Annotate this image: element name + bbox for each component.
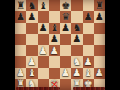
black-pawn: ♟ [60, 23, 71, 34]
square-h3 [94, 56, 105, 67]
square-a3 [15, 56, 26, 67]
white-pawn: ♟ [49, 45, 60, 56]
square-f7 [71, 11, 82, 22]
right-black-bar [105, 0, 120, 90]
black-pawn: ♟ [26, 11, 37, 22]
square-b4 [26, 45, 37, 56]
square-c3 [38, 56, 49, 67]
square-e4 [60, 45, 71, 56]
black-pawn: ♟ [49, 34, 60, 45]
square-b7: ♟ [26, 11, 37, 22]
black-king: ♚ [60, 0, 71, 11]
square-g6 [83, 23, 94, 34]
square-d8 [49, 0, 60, 11]
square-e8: ♚ [60, 0, 71, 11]
square-e7: ♛ [60, 11, 71, 22]
square-d5: ♟ [49, 34, 60, 45]
square-e3 [60, 56, 71, 67]
square-g4 [83, 45, 94, 56]
black-pawn: ♟ [38, 23, 49, 34]
black-pawn: ♟ [94, 11, 105, 22]
white-pawn: ♟ [26, 56, 37, 67]
square-c4: ♟ [38, 45, 49, 56]
black-queen: ♛ [60, 11, 71, 22]
square-c8: ♝ [38, 0, 49, 11]
square-e5 [60, 34, 71, 45]
square-b8: ♞ [26, 0, 37, 11]
white-pawn: ♟ [60, 68, 71, 79]
black-bishop: ♝ [38, 0, 49, 11]
black-pawn: ♟ [71, 34, 82, 45]
square-c2 [38, 68, 49, 79]
square-h7: ♟ [94, 11, 105, 22]
left-black-bar [0, 0, 15, 90]
square-c5 [38, 34, 49, 45]
square-e1 [60, 79, 71, 90]
square-f5: ♟ [71, 34, 82, 45]
square-g8 [83, 0, 94, 11]
square-d4: ♟ [49, 45, 60, 56]
square-g3: ♟ [83, 56, 94, 67]
black-pawn: ♟ [15, 11, 26, 22]
black-rook: ♜ [15, 0, 26, 11]
square-b6 [26, 23, 37, 34]
square-a6 [15, 23, 26, 34]
square-b3: ♟ [26, 56, 37, 67]
square-f3: ♞ [71, 56, 82, 67]
square-d7 [49, 11, 60, 22]
square-h5 [94, 34, 105, 45]
square-d3 [49, 56, 60, 67]
square-b5 [26, 34, 37, 45]
square-h8: ♜ [94, 0, 105, 11]
black-pawn: ♟ [83, 11, 94, 22]
square-c6: ♟ [38, 23, 49, 34]
square-e6: ♟ [60, 23, 71, 34]
square-a5 [15, 34, 26, 45]
square-e2: ♟ [60, 68, 71, 79]
square-g7: ♟ [83, 11, 94, 22]
black-rook: ♜ [94, 0, 105, 11]
square-g5 [83, 34, 94, 45]
square-a4 [15, 45, 26, 56]
square-c7 [38, 11, 49, 22]
square-a7: ♟ [15, 11, 26, 22]
white-pawn: ♟ [94, 68, 105, 79]
video-frame: ♜♞♝♚♜♟♟♛♟♟♟♝♟♞♟♟♟♟♟♞♟♟♝♟♟♝♟♜♞♛♜♚ ✕ [0, 0, 120, 90]
white-pawn: ♟ [38, 45, 49, 56]
black-knight: ♞ [26, 0, 37, 11]
white-knight: ♞ [71, 56, 82, 67]
square-h6 [94, 23, 105, 34]
chess-board: ♜♞♝♚♜♟♟♛♟♟♟♝♟♞♟♟♟♟♟♞♟♟♝♟♟♝♟♜♞♛♜♚ [15, 0, 105, 90]
white-pawn: ♟ [83, 56, 94, 67]
bottom-caption-smudge-right [73, 87, 105, 90]
square-a8: ♜ [15, 0, 26, 11]
square-h4 [94, 45, 105, 56]
bottom-caption-smudge-left [16, 87, 60, 90]
square-h2: ♟ [94, 68, 105, 79]
square-f4 [71, 45, 82, 56]
square-f8 [71, 0, 82, 11]
